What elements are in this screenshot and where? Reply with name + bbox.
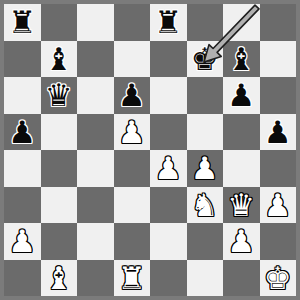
white-pawn-f4[interactable]: ♟ <box>191 150 219 187</box>
square-b6[interactable]: ♛ <box>41 77 78 114</box>
black-king-f7[interactable]: ♚ <box>191 41 219 78</box>
square-g1[interactable] <box>223 260 260 297</box>
board-frame: ♜♜♝♚♝♛♟♟♟♟♟♟♟♞♛♟♟♟♝♜♚ <box>0 0 300 300</box>
square-f1[interactable] <box>187 260 224 297</box>
square-c2[interactable] <box>77 223 114 260</box>
square-f3[interactable]: ♞ <box>187 187 224 224</box>
white-king-h1[interactable]: ♚ <box>264 260 292 297</box>
black-rook-e8[interactable]: ♜ <box>154 4 182 41</box>
white-bishop-b1[interactable]: ♝ <box>45 260 73 297</box>
square-c8[interactable] <box>77 4 114 41</box>
square-a2[interactable]: ♟ <box>4 223 41 260</box>
white-pawn-h3[interactable]: ♟ <box>264 187 292 224</box>
black-bishop-b7[interactable]: ♝ <box>45 41 73 78</box>
square-h8[interactable] <box>260 4 297 41</box>
square-b1[interactable]: ♝ <box>41 260 78 297</box>
black-pawn-a5[interactable]: ♟ <box>8 114 36 151</box>
white-queen-g3[interactable]: ♛ <box>227 187 255 224</box>
white-pawn-e4[interactable]: ♟ <box>154 150 182 187</box>
square-g4[interactable] <box>223 150 260 187</box>
square-d7[interactable] <box>114 41 151 78</box>
square-f5[interactable] <box>187 114 224 151</box>
square-c5[interactable] <box>77 114 114 151</box>
black-bishop-g7[interactable]: ♝ <box>227 41 255 78</box>
square-c1[interactable] <box>77 260 114 297</box>
square-e6[interactable] <box>150 77 187 114</box>
black-rook-a8[interactable]: ♜ <box>8 4 36 41</box>
square-d5[interactable]: ♟ <box>114 114 151 151</box>
white-pawn-a2[interactable]: ♟ <box>8 223 36 260</box>
square-a4[interactable] <box>4 150 41 187</box>
white-pawn-d5[interactable]: ♟ <box>118 114 146 151</box>
square-e4[interactable]: ♟ <box>150 150 187 187</box>
black-pawn-d6[interactable]: ♟ <box>118 77 146 114</box>
square-a6[interactable] <box>4 77 41 114</box>
white-knight-f3[interactable]: ♞ <box>191 187 219 224</box>
square-d6[interactable]: ♟ <box>114 77 151 114</box>
square-h5[interactable]: ♟ <box>260 114 297 151</box>
square-a7[interactable] <box>4 41 41 78</box>
square-b2[interactable] <box>41 223 78 260</box>
square-h2[interactable] <box>260 223 297 260</box>
square-e5[interactable] <box>150 114 187 151</box>
square-g6[interactable]: ♟ <box>223 77 260 114</box>
square-g8[interactable] <box>223 4 260 41</box>
square-h7[interactable] <box>260 41 297 78</box>
square-b3[interactable] <box>41 187 78 224</box>
square-b5[interactable] <box>41 114 78 151</box>
square-a1[interactable] <box>4 260 41 297</box>
square-a8[interactable]: ♜ <box>4 4 41 41</box>
black-pawn-h5[interactable]: ♟ <box>264 114 292 151</box>
square-f6[interactable] <box>187 77 224 114</box>
square-g5[interactable] <box>223 114 260 151</box>
black-queen-b6[interactable]: ♛ <box>45 77 73 114</box>
square-d1[interactable]: ♜ <box>114 260 151 297</box>
square-c6[interactable] <box>77 77 114 114</box>
square-d4[interactable] <box>114 150 151 187</box>
square-h4[interactable] <box>260 150 297 187</box>
square-b7[interactable]: ♝ <box>41 41 78 78</box>
square-a3[interactable] <box>4 187 41 224</box>
square-h1[interactable]: ♚ <box>260 260 297 297</box>
square-e3[interactable] <box>150 187 187 224</box>
square-f4[interactable]: ♟ <box>187 150 224 187</box>
square-g2[interactable]: ♟ <box>223 223 260 260</box>
square-b4[interactable] <box>41 150 78 187</box>
chess-board: ♜♜♝♚♝♛♟♟♟♟♟♟♟♞♛♟♟♟♝♜♚ <box>4 4 296 296</box>
square-g7[interactable]: ♝ <box>223 41 260 78</box>
white-pawn-g2[interactable]: ♟ <box>227 223 255 260</box>
square-e7[interactable] <box>150 41 187 78</box>
square-d3[interactable] <box>114 187 151 224</box>
square-e1[interactable] <box>150 260 187 297</box>
square-c7[interactable] <box>77 41 114 78</box>
square-c4[interactable] <box>77 150 114 187</box>
square-e2[interactable] <box>150 223 187 260</box>
square-d2[interactable] <box>114 223 151 260</box>
square-b8[interactable] <box>41 4 78 41</box>
square-h6[interactable] <box>260 77 297 114</box>
square-e8[interactable]: ♜ <box>150 4 187 41</box>
square-f8[interactable] <box>187 4 224 41</box>
square-g3[interactable]: ♛ <box>223 187 260 224</box>
square-d8[interactable] <box>114 4 151 41</box>
square-a5[interactable]: ♟ <box>4 114 41 151</box>
square-f2[interactable] <box>187 223 224 260</box>
square-f7[interactable]: ♚ <box>187 41 224 78</box>
square-h3[interactable]: ♟ <box>260 187 297 224</box>
black-pawn-g6[interactable]: ♟ <box>227 77 255 114</box>
white-rook-d1[interactable]: ♜ <box>118 260 146 297</box>
square-c3[interactable] <box>77 187 114 224</box>
